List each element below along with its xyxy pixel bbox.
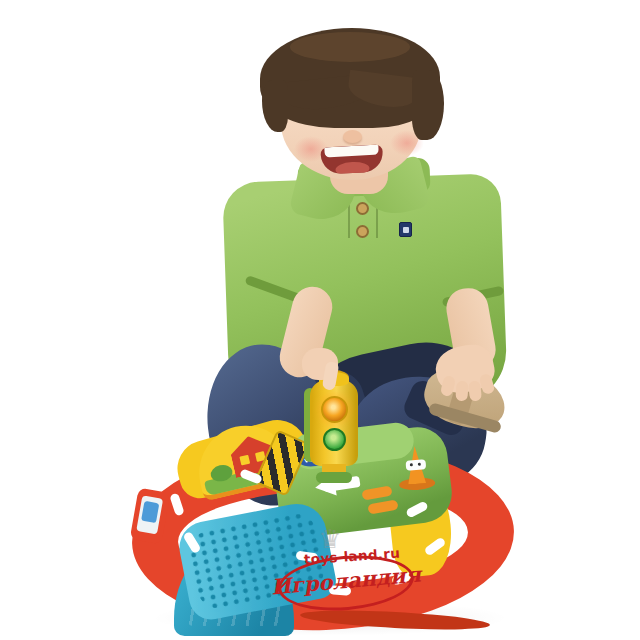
boy-teeth [324,145,378,158]
boy-hair-side [412,70,444,140]
polo-button [356,225,369,238]
boy-hair-highlight [290,32,410,62]
boy-hair-side [262,80,288,132]
shirt-chest-logo [399,222,412,237]
traffic-light-body [310,380,358,466]
amber-lamp [321,396,348,423]
traffic-cone [396,443,435,491]
watermark: ♛ toys-land.ru Игроландия [276,524,424,624]
green-lamp-button[interactable] [323,428,346,451]
traffic-light-base [316,472,352,483]
boy-finger [455,381,468,402]
polo-button [356,202,369,215]
cone-face-band [406,459,427,470]
photo-scene: vtech ♛ toys-land.ru Игроландия [0,0,640,640]
boy-nose [343,130,362,143]
